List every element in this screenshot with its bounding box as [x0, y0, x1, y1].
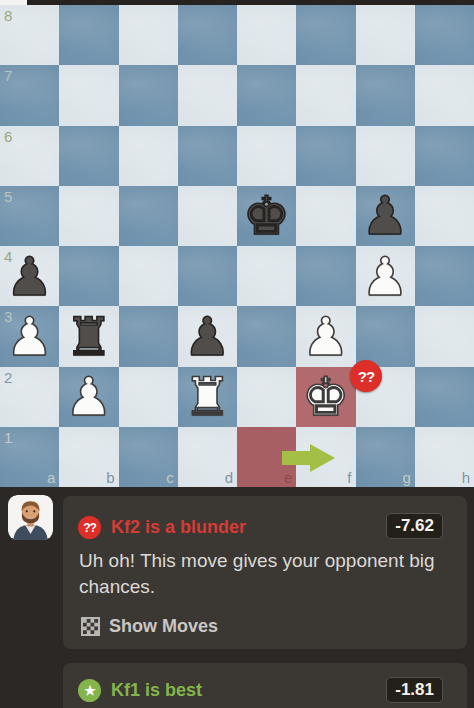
piece-white-rook-d2[interactable]: ♜	[178, 367, 237, 427]
marble-texture	[237, 367, 296, 427]
marble-texture	[296, 126, 355, 186]
show-moves-label: Show Moves	[109, 616, 218, 637]
rank-label-5: 5	[4, 189, 12, 204]
marble-texture	[59, 246, 118, 306]
square-e4[interactable]	[237, 246, 296, 306]
rank-label-7: 7	[4, 68, 12, 83]
piece-black-pawn-d3[interactable]: ♟	[178, 306, 237, 366]
marble-texture	[237, 306, 296, 366]
piece-white-pawn-a3[interactable]: ♟	[0, 306, 59, 366]
square-d5[interactable]	[178, 186, 237, 246]
square-f7[interactable]	[296, 65, 355, 125]
blunder-badge-icon: ??	[350, 360, 382, 392]
mini-board-icon	[81, 617, 100, 636]
marble-texture	[356, 5, 415, 65]
square-g7[interactable]	[356, 65, 415, 125]
marble-texture	[178, 186, 237, 246]
square-c3[interactable]	[119, 306, 178, 366]
piece-white-pawn-g4[interactable]: ♟	[356, 246, 415, 306]
marble-texture	[237, 126, 296, 186]
file-label-b: b	[106, 470, 114, 485]
square-c1[interactable]: c	[119, 427, 178, 487]
rank-label-1: 1	[4, 430, 12, 445]
marble-texture	[296, 186, 355, 246]
best-move-title: Kf1 is best	[111, 680, 202, 701]
square-f4[interactable]	[296, 246, 355, 306]
square-d4[interactable]	[178, 246, 237, 306]
marble-texture	[119, 186, 178, 246]
square-b7[interactable]	[59, 65, 118, 125]
marble-texture	[415, 5, 474, 65]
rank-label-6: 6	[4, 129, 12, 144]
marble-texture	[237, 246, 296, 306]
square-h8[interactable]	[415, 5, 474, 65]
marble-texture	[59, 5, 118, 65]
file-label-c: c	[166, 470, 174, 485]
square-c5[interactable]	[119, 186, 178, 246]
marble-texture	[178, 5, 237, 65]
blunder-icon: ??	[78, 516, 101, 539]
square-a2[interactable]: 2	[0, 367, 59, 427]
piece-black-pawn-g5[interactable]: ♟	[356, 186, 415, 246]
piece-black-king-e5[interactable]: ♚	[237, 186, 296, 246]
square-b4[interactable]	[59, 246, 118, 306]
file-label-h: h	[462, 470, 470, 485]
square-a8[interactable]: 8	[0, 5, 59, 65]
square-b1[interactable]: b	[59, 427, 118, 487]
marble-texture	[119, 246, 178, 306]
square-e7[interactable]	[237, 65, 296, 125]
square-c6[interactable]	[119, 126, 178, 186]
marble-texture	[59, 186, 118, 246]
square-c8[interactable]	[119, 5, 178, 65]
analysis-panel: ?? Kf2 is a blunder -7.62 Uh oh! This mo…	[0, 487, 474, 708]
chess-board[interactable]: ?? 87654321abcdefgh♚♟♟♟♟♜♟♟♟♜♚	[0, 5, 474, 487]
square-a5[interactable]: 5	[0, 186, 59, 246]
marble-texture	[415, 246, 474, 306]
marble-texture	[415, 367, 474, 427]
square-e6[interactable]	[237, 126, 296, 186]
marble-texture	[119, 65, 178, 125]
piece-black-rook-b3[interactable]: ♜	[59, 306, 118, 366]
square-a6[interactable]: 6	[0, 126, 59, 186]
piece-black-pawn-a4[interactable]: ♟	[0, 246, 59, 306]
coach-comment: Uh oh! This move gives your opponent big…	[79, 548, 439, 600]
marble-texture	[119, 367, 178, 427]
square-b5[interactable]	[59, 186, 118, 246]
best-move-card[interactable]: ★ Kf1 is best -1.81	[63, 663, 467, 708]
piece-white-pawn-b2[interactable]: ♟	[59, 367, 118, 427]
square-d1[interactable]: d	[178, 427, 237, 487]
piece-white-pawn-f3[interactable]: ♟	[296, 306, 355, 366]
square-d6[interactable]	[178, 126, 237, 186]
marble-texture	[119, 5, 178, 65]
chess-analysis-screen: { "game": { "name": "chess", "orientatio…	[0, 0, 474, 708]
square-f5[interactable]	[296, 186, 355, 246]
square-g1[interactable]: g	[356, 427, 415, 487]
square-b8[interactable]	[59, 5, 118, 65]
show-moves-button[interactable]: Show Moves	[81, 616, 218, 637]
file-label-f: f	[347, 470, 351, 485]
square-g6[interactable]	[356, 126, 415, 186]
marble-texture	[356, 306, 415, 366]
square-f8[interactable]	[296, 5, 355, 65]
best-move-arrow-head	[310, 444, 335, 472]
file-label-e: e	[284, 470, 292, 485]
eval-badge: -7.62	[386, 513, 443, 539]
marble-texture	[356, 126, 415, 186]
blunder-title: Kf2 is a blunder	[111, 517, 246, 538]
square-h6[interactable]	[415, 126, 474, 186]
square-g8[interactable]	[356, 5, 415, 65]
square-h7[interactable]	[415, 65, 474, 125]
square-h2[interactable]	[415, 367, 474, 427]
square-c7[interactable]	[119, 65, 178, 125]
square-d7[interactable]	[178, 65, 237, 125]
marble-texture	[178, 246, 237, 306]
marble-texture	[237, 65, 296, 125]
square-a7[interactable]: 7	[0, 65, 59, 125]
square-h1[interactable]: h	[415, 427, 474, 487]
square-e2[interactable]	[237, 367, 296, 427]
marble-texture	[296, 246, 355, 306]
square-g3[interactable]	[356, 306, 415, 366]
square-c2[interactable]	[119, 367, 178, 427]
marble-texture	[59, 126, 118, 186]
best-move-arrow	[282, 451, 310, 465]
best-move-star-icon: ★	[78, 679, 101, 702]
marble-texture	[178, 126, 237, 186]
square-b6[interactable]	[59, 126, 118, 186]
marble-texture	[237, 5, 296, 65]
square-e8[interactable]	[237, 5, 296, 65]
square-h4[interactable]	[415, 246, 474, 306]
file-label-g: g	[402, 470, 410, 485]
marble-texture	[415, 186, 474, 246]
square-f6[interactable]	[296, 126, 355, 186]
marble-texture	[415, 126, 474, 186]
file-label-d: d	[225, 470, 233, 485]
coach-avatar[interactable]	[8, 495, 53, 540]
square-e3[interactable]	[237, 306, 296, 366]
marble-texture	[178, 65, 237, 125]
marble-texture	[119, 306, 178, 366]
rank-label-8: 8	[4, 8, 12, 23]
marble-texture	[296, 65, 355, 125]
square-h3[interactable]	[415, 306, 474, 366]
marble-texture	[59, 65, 118, 125]
square-d8[interactable]	[178, 5, 237, 65]
square-h5[interactable]	[415, 186, 474, 246]
square-c4[interactable]	[119, 246, 178, 306]
eval-badge: -1.81	[386, 677, 443, 703]
marble-texture	[119, 126, 178, 186]
square-a1[interactable]: 1a	[0, 427, 59, 487]
piece-white-king-f2[interactable]: ♚	[296, 367, 355, 427]
blunder-comment-card: ?? Kf2 is a blunder -7.62 Uh oh! This mo…	[63, 496, 467, 649]
marble-texture	[356, 65, 415, 125]
marble-texture	[415, 65, 474, 125]
file-label-a: a	[47, 470, 55, 485]
marble-texture	[415, 306, 474, 366]
marble-texture	[296, 5, 355, 65]
rank-label-2: 2	[4, 370, 12, 385]
